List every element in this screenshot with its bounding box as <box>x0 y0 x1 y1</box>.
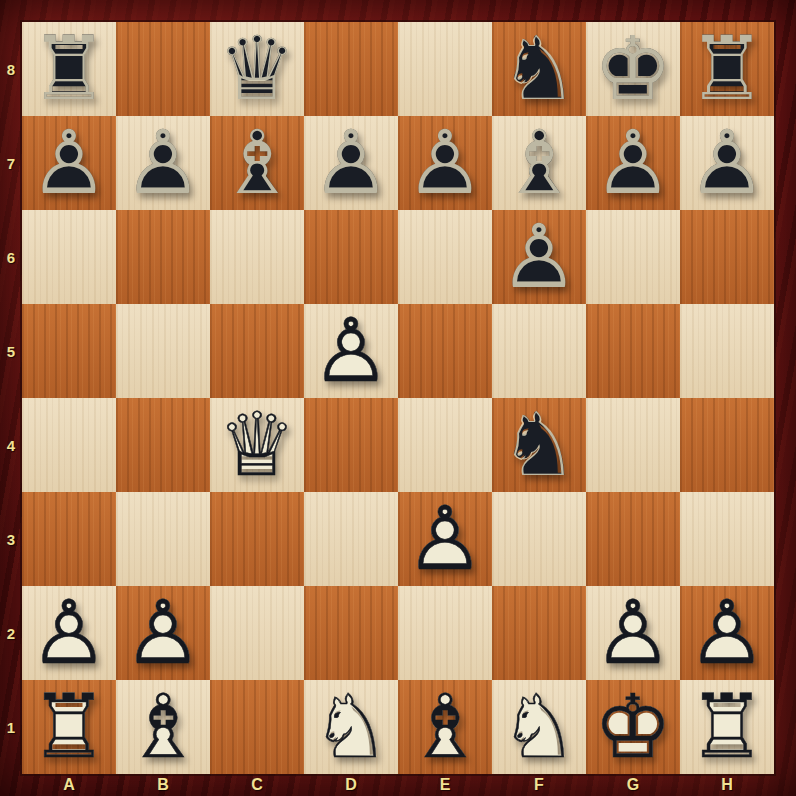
piece-glyph-outline: ♘ <box>304 680 398 774</box>
piece-glyph-outline: ♖ <box>22 22 116 116</box>
square-c4[interactable]: ♛♕ <box>210 398 304 492</box>
piece-glyph-outline: ♘ <box>492 398 586 492</box>
square-e1[interactable]: ♝♗ <box>398 680 492 774</box>
square-g6[interactable] <box>586 210 680 304</box>
square-e5[interactable] <box>398 304 492 398</box>
square-f5[interactable] <box>492 304 586 398</box>
piece-glyph-outline: ♙ <box>398 116 492 210</box>
piece-glyph-solid: ♟ <box>22 586 116 680</box>
piece-black-bishop[interactable]: ♝♗ <box>492 116 586 210</box>
piece-glyph-solid: ♚ <box>586 22 680 116</box>
rank-label-2: 2 <box>0 586 22 680</box>
piece-glyph-solid: ♝ <box>116 680 210 774</box>
rank-label-5: 5 <box>0 304 22 398</box>
square-d4[interactable] <box>304 398 398 492</box>
square-f8[interactable]: ♞♘ <box>492 22 586 116</box>
square-a2[interactable]: ♟♙ <box>22 586 116 680</box>
square-e3[interactable]: ♟♙ <box>398 492 492 586</box>
square-d6[interactable] <box>304 210 398 304</box>
square-e8[interactable] <box>398 22 492 116</box>
piece-white-bishop[interactable]: ♝♗ <box>116 680 210 774</box>
piece-glyph-solid: ♜ <box>22 22 116 116</box>
piece-black-pawn[interactable]: ♟♙ <box>22 116 116 210</box>
square-g4[interactable] <box>586 398 680 492</box>
file-label-a: A <box>22 774 116 796</box>
square-b6[interactable] <box>116 210 210 304</box>
square-g1[interactable]: ♚♔ <box>586 680 680 774</box>
square-d3[interactable] <box>304 492 398 586</box>
square-d8[interactable] <box>304 22 398 116</box>
piece-black-knight[interactable]: ♞♘ <box>492 22 586 116</box>
piece-glyph-outline: ♕ <box>210 22 304 116</box>
piece-glyph-outline: ♙ <box>116 116 210 210</box>
piece-glyph-outline: ♙ <box>680 586 774 680</box>
square-h2[interactable]: ♟♙ <box>680 586 774 680</box>
piece-glyph-solid: ♜ <box>22 680 116 774</box>
rank-label-6: 6 <box>0 210 22 304</box>
file-label-c: C <box>210 774 304 796</box>
square-e2[interactable] <box>398 586 492 680</box>
piece-black-queen[interactable]: ♛♕ <box>210 22 304 116</box>
piece-glyph-outline: ♗ <box>492 116 586 210</box>
square-a6[interactable] <box>22 210 116 304</box>
piece-white-pawn[interactable]: ♟♙ <box>116 586 210 680</box>
piece-white-rook[interactable]: ♜♖ <box>680 680 774 774</box>
piece-glyph-outline: ♕ <box>210 398 304 492</box>
square-f6[interactable]: ♟♙ <box>492 210 586 304</box>
piece-glyph-outline: ♙ <box>22 586 116 680</box>
piece-black-king[interactable]: ♚♔ <box>586 22 680 116</box>
piece-glyph-solid: ♟ <box>492 210 586 304</box>
square-h7[interactable]: ♟♙ <box>680 116 774 210</box>
piece-glyph-outline: ♙ <box>116 586 210 680</box>
piece-glyph-solid: ♟ <box>116 586 210 680</box>
piece-black-pawn[interactable]: ♟♙ <box>398 116 492 210</box>
square-f4[interactable]: ♞♘ <box>492 398 586 492</box>
piece-black-pawn[interactable]: ♟♙ <box>586 116 680 210</box>
piece-black-pawn[interactable]: ♟♙ <box>304 116 398 210</box>
piece-glyph-solid: ♟ <box>304 116 398 210</box>
square-h1[interactable]: ♜♖ <box>680 680 774 774</box>
piece-glyph-outline: ♗ <box>398 680 492 774</box>
piece-white-queen[interactable]: ♛♕ <box>210 398 304 492</box>
piece-glyph-solid: ♞ <box>304 680 398 774</box>
piece-glyph-solid: ♞ <box>492 680 586 774</box>
square-f2[interactable] <box>492 586 586 680</box>
piece-glyph-solid: ♞ <box>492 22 586 116</box>
piece-glyph-solid: ♛ <box>210 398 304 492</box>
file-label-e: E <box>398 774 492 796</box>
piece-white-rook[interactable]: ♜♖ <box>22 680 116 774</box>
piece-glyph-solid: ♟ <box>680 586 774 680</box>
file-labels: ABCDEFGH <box>22 774 774 796</box>
piece-black-pawn[interactable]: ♟♙ <box>492 210 586 304</box>
piece-glyph-outline: ♗ <box>210 116 304 210</box>
piece-glyph-outline: ♔ <box>586 680 680 774</box>
piece-white-knight[interactable]: ♞♘ <box>492 680 586 774</box>
square-d2[interactable] <box>304 586 398 680</box>
square-c5[interactable] <box>210 304 304 398</box>
square-d5[interactable]: ♟♙ <box>304 304 398 398</box>
piece-white-bishop[interactable]: ♝♗ <box>398 680 492 774</box>
piece-glyph-solid: ♚ <box>586 680 680 774</box>
square-b8[interactable] <box>116 22 210 116</box>
piece-glyph-outline: ♙ <box>22 116 116 210</box>
piece-white-pawn[interactable]: ♟♙ <box>22 586 116 680</box>
piece-glyph-solid: ♞ <box>492 398 586 492</box>
square-h6[interactable] <box>680 210 774 304</box>
piece-glyph-outline: ♖ <box>680 680 774 774</box>
piece-white-king[interactable]: ♚♔ <box>586 680 680 774</box>
piece-glyph-solid: ♝ <box>492 116 586 210</box>
file-label-f: F <box>492 774 586 796</box>
piece-black-pawn[interactable]: ♟♙ <box>680 116 774 210</box>
piece-black-knight[interactable]: ♞♘ <box>492 398 586 492</box>
square-e4[interactable] <box>398 398 492 492</box>
piece-glyph-solid: ♛ <box>210 22 304 116</box>
piece-glyph-outline: ♘ <box>492 680 586 774</box>
piece-glyph-solid: ♝ <box>210 116 304 210</box>
piece-glyph-solid: ♟ <box>398 492 492 586</box>
piece-glyph-outline: ♙ <box>304 116 398 210</box>
piece-glyph-outline: ♙ <box>398 492 492 586</box>
square-b3[interactable] <box>116 492 210 586</box>
piece-white-knight[interactable]: ♞♘ <box>304 680 398 774</box>
square-c1[interactable] <box>210 680 304 774</box>
square-b2[interactable]: ♟♙ <box>116 586 210 680</box>
square-c8[interactable]: ♛♕ <box>210 22 304 116</box>
square-e6[interactable] <box>398 210 492 304</box>
square-c2[interactable] <box>210 586 304 680</box>
piece-black-rook[interactable]: ♜♖ <box>22 22 116 116</box>
square-a8[interactable]: ♜♖ <box>22 22 116 116</box>
piece-glyph-solid: ♟ <box>398 116 492 210</box>
file-label-h: H <box>680 774 774 796</box>
square-a5[interactable] <box>22 304 116 398</box>
square-f1[interactable]: ♞♘ <box>492 680 586 774</box>
file-label-d: D <box>304 774 398 796</box>
square-d7[interactable]: ♟♙ <box>304 116 398 210</box>
piece-glyph-outline: ♘ <box>492 22 586 116</box>
board-frame: 87654321 ♜♖♛♕♞♘♚♔♜♖♟♙♟♙♝♗♟♙♟♙♝♗♟♙♟♙♟♙♟♙♛… <box>0 0 796 796</box>
piece-glyph-outline: ♗ <box>116 680 210 774</box>
piece-glyph-solid: ♟ <box>586 116 680 210</box>
piece-glyph-outline: ♙ <box>304 304 398 398</box>
piece-white-pawn[interactable]: ♟♙ <box>304 304 398 398</box>
piece-black-bishop[interactable]: ♝♗ <box>210 116 304 210</box>
square-a3[interactable] <box>22 492 116 586</box>
piece-glyph-solid: ♜ <box>680 22 774 116</box>
square-h3[interactable] <box>680 492 774 586</box>
square-e7[interactable]: ♟♙ <box>398 116 492 210</box>
square-a7[interactable]: ♟♙ <box>22 116 116 210</box>
piece-glyph-solid: ♟ <box>586 586 680 680</box>
square-h8[interactable]: ♜♖ <box>680 22 774 116</box>
square-f7[interactable]: ♝♗ <box>492 116 586 210</box>
square-a4[interactable] <box>22 398 116 492</box>
piece-white-pawn[interactable]: ♟♙ <box>398 492 492 586</box>
square-b1[interactable]: ♝♗ <box>116 680 210 774</box>
piece-glyph-outline: ♙ <box>586 116 680 210</box>
piece-glyph-outline: ♔ <box>586 22 680 116</box>
piece-glyph-solid: ♟ <box>22 116 116 210</box>
square-g2[interactable]: ♟♙ <box>586 586 680 680</box>
square-h5[interactable] <box>680 304 774 398</box>
square-c6[interactable] <box>210 210 304 304</box>
file-label-g: G <box>586 774 680 796</box>
piece-glyph-solid: ♝ <box>398 680 492 774</box>
rank-label-7: 7 <box>0 116 22 210</box>
square-g8[interactable]: ♚♔ <box>586 22 680 116</box>
piece-white-pawn[interactable]: ♟♙ <box>586 586 680 680</box>
rank-label-8: 8 <box>0 22 22 116</box>
square-g7[interactable]: ♟♙ <box>586 116 680 210</box>
file-label-b: B <box>116 774 210 796</box>
square-h4[interactable] <box>680 398 774 492</box>
square-b7[interactable]: ♟♙ <box>116 116 210 210</box>
piece-glyph-outline: ♙ <box>680 116 774 210</box>
chess-board: ♜♖♛♕♞♘♚♔♜♖♟♙♟♙♝♗♟♙♟♙♝♗♟♙♟♙♟♙♟♙♛♕♞♘♟♙♟♙♟♙… <box>22 22 774 774</box>
piece-glyph-solid: ♟ <box>680 116 774 210</box>
piece-glyph-outline: ♙ <box>492 210 586 304</box>
piece-glyph-outline: ♖ <box>680 22 774 116</box>
piece-white-pawn[interactable]: ♟♙ <box>680 586 774 680</box>
piece-black-pawn[interactable]: ♟♙ <box>116 116 210 210</box>
square-a1[interactable]: ♜♖ <box>22 680 116 774</box>
square-d1[interactable]: ♞♘ <box>304 680 398 774</box>
square-f3[interactable] <box>492 492 586 586</box>
piece-glyph-solid: ♟ <box>304 304 398 398</box>
square-c3[interactable] <box>210 492 304 586</box>
square-g5[interactable] <box>586 304 680 398</box>
square-b5[interactable] <box>116 304 210 398</box>
square-c7[interactable]: ♝♗ <box>210 116 304 210</box>
piece-black-rook[interactable]: ♜♖ <box>680 22 774 116</box>
rank-label-1: 1 <box>0 680 22 774</box>
piece-glyph-solid: ♜ <box>680 680 774 774</box>
square-b4[interactable] <box>116 398 210 492</box>
piece-glyph-solid: ♟ <box>116 116 210 210</box>
rank-labels: 87654321 <box>0 22 22 774</box>
rank-label-3: 3 <box>0 492 22 586</box>
piece-glyph-outline: ♖ <box>22 680 116 774</box>
rank-label-4: 4 <box>0 398 22 492</box>
piece-glyph-outline: ♙ <box>586 586 680 680</box>
square-g3[interactable] <box>586 492 680 586</box>
